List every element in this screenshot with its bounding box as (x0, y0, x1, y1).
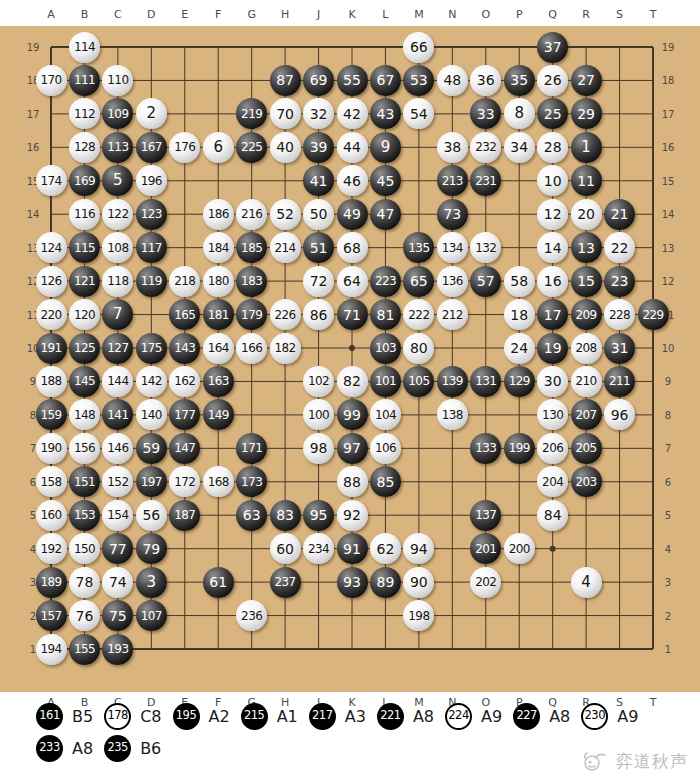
stone-R6: 203 (571, 466, 602, 497)
go-diagram-page: ABCDEFGHJKLMNOPQRST 19181716151413121110… (0, 0, 700, 783)
stone-B4: 150 (69, 533, 100, 564)
stone-R11: 209 (571, 299, 602, 330)
stone-Q9: 30 (537, 366, 568, 397)
stone-G5: 63 (236, 500, 267, 531)
stone-F6: 168 (203, 466, 234, 497)
col-label-top-H: H (281, 8, 289, 21)
stone-S8: 96 (604, 399, 635, 430)
stone-B5: 153 (69, 500, 100, 531)
stone-Q11: 17 (537, 299, 568, 330)
watermark: 弈道秋声 (581, 749, 688, 773)
stone-B17: 112 (69, 98, 100, 129)
col-label-top-F: F (215, 8, 221, 21)
stone-O5: 137 (470, 500, 501, 531)
stone-P7: 199 (504, 433, 535, 464)
stone-C11: 7 (102, 299, 133, 330)
stone-N8: 138 (437, 399, 468, 430)
stone-C7: 146 (102, 433, 133, 464)
stone-D13: 117 (136, 232, 167, 263)
stone-B2: 76 (69, 600, 100, 631)
stone-D14: 123 (136, 199, 167, 230)
stone-R3: 4 (571, 567, 602, 598)
stone-D4: 79 (136, 533, 167, 564)
stone-K13: 68 (337, 232, 368, 263)
stone-N9: 139 (437, 366, 468, 397)
col-label-top-T: T (650, 8, 657, 21)
stone-H4: 60 (270, 533, 301, 564)
caption-stone-224: 224 (445, 703, 472, 730)
stone-P18: 35 (504, 65, 535, 96)
stone-C13: 108 (102, 232, 133, 263)
stone-Q14: 12 (537, 199, 568, 230)
stone-C8: 141 (102, 399, 133, 430)
stone-D12: 119 (136, 266, 167, 297)
stone-M12: 65 (403, 266, 434, 297)
col-label-top-N: N (448, 8, 456, 21)
stone-M18: 53 (403, 65, 434, 96)
stone-L4: 62 (370, 533, 401, 564)
col-label-top-A: A (47, 8, 55, 21)
stone-J18: 69 (303, 65, 334, 96)
stone-E6: 172 (169, 466, 200, 497)
stone-L18: 67 (370, 65, 401, 96)
stone-O16: 232 (470, 132, 501, 163)
stone-G17: 219 (236, 98, 267, 129)
stone-K14: 49 (337, 199, 368, 230)
stone-H14: 52 (270, 199, 301, 230)
stone-A8: 159 (36, 399, 67, 430)
stone-B1: 155 (69, 634, 100, 665)
caption-move-235: 235B6 (104, 735, 161, 762)
caption-move-161: 161B5 (36, 703, 93, 730)
stone-B18: 111 (69, 65, 100, 96)
caption-move-217: 217A3 (309, 703, 366, 730)
stone-J15: 41 (303, 165, 334, 196)
stone-R13: 13 (571, 232, 602, 263)
stone-L16: 9 (370, 132, 401, 163)
caption-coord-161: B5 (72, 707, 93, 726)
caption-coord-233: A8 (72, 739, 93, 758)
stone-F12: 180 (203, 266, 234, 297)
stone-A5: 160 (36, 500, 67, 531)
stone-P4: 200 (504, 533, 535, 564)
caption-coord-227: A8 (549, 707, 570, 726)
stone-O9: 131 (470, 366, 501, 397)
col-label-top-C: C (114, 8, 122, 21)
stone-H3: 237 (270, 567, 301, 598)
stone-C5: 154 (102, 500, 133, 531)
stone-N11: 212 (437, 299, 468, 330)
stone-P16: 34 (504, 132, 535, 163)
stone-N12: 136 (437, 266, 468, 297)
stone-B16: 128 (69, 132, 100, 163)
stone-C12: 118 (102, 266, 133, 297)
col-label-top-D: D (147, 8, 155, 21)
stone-O3: 202 (470, 567, 501, 598)
stone-Q8: 130 (537, 399, 568, 430)
caption-move-227: 227A8 (513, 703, 570, 730)
stone-C9: 144 (102, 366, 133, 397)
stone-N14: 73 (437, 199, 468, 230)
caption-move-230: 230A9 (581, 703, 638, 730)
stone-L6: 85 (370, 466, 401, 497)
caption-stone-178: 178 (104, 703, 131, 730)
caption-coord-230: A9 (617, 707, 638, 726)
stone-D6: 197 (136, 466, 167, 497)
stone-G14: 216 (236, 199, 267, 230)
stone-C2: 75 (102, 600, 133, 631)
stone-E16: 176 (169, 132, 200, 163)
stone-D9: 142 (136, 366, 167, 397)
stone-N15: 213 (437, 165, 468, 196)
stone-Q7: 206 (537, 433, 568, 464)
stone-J5: 95 (303, 500, 334, 531)
stone-R10: 208 (571, 333, 602, 364)
stone-D2: 107 (136, 600, 167, 631)
stone-L12: 223 (370, 266, 401, 297)
stone-Q15: 10 (537, 165, 568, 196)
stone-O15: 231 (470, 165, 501, 196)
stone-M19: 66 (403, 32, 434, 63)
stone-S14: 21 (604, 199, 635, 230)
stone-F8: 149 (203, 399, 234, 430)
stone-O4: 201 (470, 533, 501, 564)
col-label-top-Q: Q (548, 8, 557, 21)
stone-R16: 1 (571, 132, 602, 163)
stone-L15: 45 (370, 165, 401, 196)
stone-J9: 102 (303, 366, 334, 397)
stone-M4: 94 (403, 533, 434, 564)
stone-A2: 157 (36, 600, 67, 631)
stone-D8: 140 (136, 399, 167, 430)
stone-B15: 169 (69, 165, 100, 196)
caption-stone-221: 221 (377, 703, 404, 730)
stone-S11: 228 (604, 299, 635, 330)
stone-T11: 229 (638, 299, 669, 330)
stone-R8: 207 (571, 399, 602, 430)
stone-F13: 184 (203, 232, 234, 263)
stone-L9: 101 (370, 366, 401, 397)
stone-O12: 57 (470, 266, 501, 297)
stone-D7: 59 (136, 433, 167, 464)
col-label-top-G: G (247, 8, 256, 21)
watermark-text: 弈道秋声 (616, 750, 688, 773)
stone-B6: 151 (69, 466, 100, 497)
stone-N13: 134 (437, 232, 468, 263)
stone-B11: 120 (69, 299, 100, 330)
stone-A7: 190 (36, 433, 67, 464)
stone-G6: 173 (236, 466, 267, 497)
stone-B9: 145 (69, 366, 100, 397)
stone-C16: 113 (102, 132, 133, 163)
caption-move-224: 224A9 (445, 703, 502, 730)
caption-stone-233: 233 (36, 735, 63, 762)
stone-E5: 187 (169, 500, 200, 531)
stone-E11: 165 (169, 299, 200, 330)
stone-H10: 182 (270, 333, 301, 364)
stone-K6: 88 (337, 466, 368, 497)
stone-S10: 31 (604, 333, 635, 364)
stone-J17: 32 (303, 98, 334, 129)
col-label-top-B: B (81, 8, 89, 21)
stone-R14: 20 (571, 199, 602, 230)
watermark-logo-icon (581, 749, 611, 773)
stone-O7: 133 (470, 433, 501, 464)
stone-H18: 87 (270, 65, 301, 96)
stone-J11: 86 (303, 299, 334, 330)
col-label-top-R: R (582, 8, 590, 21)
stone-M3: 90 (403, 567, 434, 598)
stone-A3: 189 (36, 567, 67, 598)
stone-H16: 40 (270, 132, 301, 163)
stone-C10: 127 (102, 333, 133, 364)
stone-B19: 114 (69, 32, 100, 63)
caption-stone-227: 227 (513, 703, 540, 730)
stone-E12: 218 (169, 266, 200, 297)
stone-A11: 220 (36, 299, 67, 330)
stone-P12: 58 (504, 266, 535, 297)
caption-move-178: 178C8 (104, 703, 161, 730)
stone-D3: 3 (136, 567, 167, 598)
caption-stone-195: 195 (173, 703, 200, 730)
stone-S12: 23 (604, 266, 635, 297)
stone-K16: 44 (337, 132, 368, 163)
caption-move-195: 195A2 (173, 703, 230, 730)
stone-C6: 152 (102, 466, 133, 497)
stone-K5: 92 (337, 500, 368, 531)
col-label-top-O: O (481, 8, 490, 21)
stone-S9: 211 (604, 366, 635, 397)
stone-C17: 109 (102, 98, 133, 129)
stone-L11: 81 (370, 299, 401, 330)
caption-coord-221: A8 (413, 707, 434, 726)
stone-G7: 171 (236, 433, 267, 464)
stone-J4: 234 (303, 533, 334, 564)
stone-R7: 205 (571, 433, 602, 464)
caption-stone-161: 161 (36, 703, 63, 730)
stone-K4: 91 (337, 533, 368, 564)
stone-E7: 147 (169, 433, 200, 464)
col-label-top-P: P (516, 8, 523, 21)
stone-Q12: 16 (537, 266, 568, 297)
stone-F11: 181 (203, 299, 234, 330)
stone-J7: 98 (303, 433, 334, 464)
stone-R15: 11 (571, 165, 602, 196)
stone-G2: 236 (236, 600, 267, 631)
stone-P10: 24 (504, 333, 535, 364)
stone-J16: 39 (303, 132, 334, 163)
stone-R9: 210 (571, 366, 602, 397)
stone-L8: 104 (370, 399, 401, 430)
stone-B3: 78 (69, 567, 100, 598)
caption-coord-217: A3 (345, 707, 366, 726)
stone-B13: 115 (69, 232, 100, 263)
stone-A12: 126 (36, 266, 67, 297)
stone-H17: 70 (270, 98, 301, 129)
stone-Q17: 25 (537, 98, 568, 129)
caption-coord-195: A2 (209, 707, 230, 726)
stone-M11: 222 (403, 299, 434, 330)
caption-move-233: 233A8 (36, 735, 93, 762)
col-label-bottom-T: T (650, 696, 657, 709)
stone-Q18: 26 (537, 65, 568, 96)
stone-O17: 33 (470, 98, 501, 129)
go-board: 19181716151413121110987654321 1918171615… (0, 26, 700, 692)
stone-E10: 143 (169, 333, 200, 364)
stone-E8: 177 (169, 399, 200, 430)
stone-O13: 132 (470, 232, 501, 263)
stone-M10: 80 (403, 333, 434, 364)
stone-N18: 48 (437, 65, 468, 96)
stone-K12: 64 (337, 266, 368, 297)
caption-stone-235: 235 (104, 735, 131, 762)
stone-J8: 100 (303, 399, 334, 430)
stone-L7: 106 (370, 433, 401, 464)
stone-D16: 167 (136, 132, 167, 163)
stone-H5: 83 (270, 500, 301, 531)
stone-A1: 194 (36, 634, 67, 665)
stone-C3: 74 (102, 567, 133, 598)
stone-Q16: 28 (537, 132, 568, 163)
stone-Q5: 84 (537, 500, 568, 531)
caption-stone-230: 230 (581, 703, 608, 730)
caption-row-2: 233A8235B6 (36, 733, 649, 763)
stone-D5: 56 (136, 500, 167, 531)
stone-F16: 6 (203, 132, 234, 163)
stone-F3: 61 (203, 567, 234, 598)
caption-coord-178: C8 (140, 707, 161, 726)
col-label-top-E: E (181, 8, 188, 21)
stone-J12: 72 (303, 266, 334, 297)
stone-M17: 54 (403, 98, 434, 129)
caption-coord-235: B6 (140, 739, 161, 758)
stone-K15: 46 (337, 165, 368, 196)
stone-M9: 105 (403, 366, 434, 397)
stone-S13: 22 (604, 232, 635, 263)
stone-A6: 158 (36, 466, 67, 497)
stone-Q13: 14 (537, 232, 568, 263)
stone-C4: 77 (102, 533, 133, 564)
col-label-top-K: K (348, 8, 355, 21)
stone-D15: 196 (136, 165, 167, 196)
col-label-top-J: J (317, 8, 320, 21)
stone-A10: 191 (36, 333, 67, 364)
stone-K9: 82 (337, 366, 368, 397)
stone-C14: 122 (102, 199, 133, 230)
moves-not-shown-caption: 161B5178C8195A2215A1217A3221A8224A9227A8… (36, 701, 649, 765)
stone-C15: 5 (102, 165, 133, 196)
stone-G12: 183 (236, 266, 267, 297)
stone-P11: 18 (504, 299, 535, 330)
caption-stone-217: 217 (309, 703, 336, 730)
stone-M13: 135 (403, 232, 434, 263)
caption-coord-224: A9 (481, 707, 502, 726)
stone-B10: 125 (69, 333, 100, 364)
col-label-top-S: S (616, 8, 623, 21)
stone-J13: 51 (303, 232, 334, 263)
stone-L3: 89 (370, 567, 401, 598)
stone-G16: 225 (236, 132, 267, 163)
stone-K8: 99 (337, 399, 368, 430)
stone-F14: 186 (203, 199, 234, 230)
stone-R18: 27 (571, 65, 602, 96)
stone-B14: 116 (69, 199, 100, 230)
stone-F10: 164 (203, 333, 234, 364)
stone-O18: 36 (470, 65, 501, 96)
stone-K7: 97 (337, 433, 368, 464)
stone-P17: 8 (504, 98, 535, 129)
stone-C18: 110 (102, 65, 133, 96)
stone-K17: 42 (337, 98, 368, 129)
caption-move-215: 215A1 (241, 703, 298, 730)
col-label-top-M: M (414, 8, 424, 21)
caption-row-1: 161B5178C8195A2215A1217A3221A8224A9227A8… (36, 701, 649, 731)
column-labels-top: ABCDEFGHJKLMNOPQRST (0, 8, 700, 24)
stone-L10: 103 (370, 333, 401, 364)
stone-B7: 156 (69, 433, 100, 464)
stone-M2: 198 (403, 600, 434, 631)
stones-layer: 1146637170111110876955675348363526271121… (0, 26, 700, 692)
caption-stone-215: 215 (241, 703, 268, 730)
stone-N16: 38 (437, 132, 468, 163)
stone-E9: 162 (169, 366, 200, 397)
stone-L14: 47 (370, 199, 401, 230)
stone-J14: 50 (303, 199, 334, 230)
stone-D17: 2 (136, 98, 167, 129)
stone-B8: 148 (69, 399, 100, 430)
stone-L17: 43 (370, 98, 401, 129)
stone-H13: 214 (270, 232, 301, 263)
stone-H11: 226 (270, 299, 301, 330)
caption-move-221: 221A8 (377, 703, 434, 730)
stone-A4: 192 (36, 533, 67, 564)
stone-A18: 170 (36, 65, 67, 96)
stone-Q19: 37 (537, 32, 568, 63)
stone-K18: 55 (337, 65, 368, 96)
stone-G13: 185 (236, 232, 267, 263)
stone-F9: 163 (203, 366, 234, 397)
stone-Q10: 19 (537, 333, 568, 364)
stone-K11: 71 (337, 299, 368, 330)
col-label-top-L: L (382, 8, 388, 21)
stone-R17: 29 (571, 98, 602, 129)
stone-K3: 93 (337, 567, 368, 598)
stone-G10: 166 (236, 333, 267, 364)
stone-R12: 15 (571, 266, 602, 297)
stone-A9: 188 (36, 366, 67, 397)
stone-B12: 121 (69, 266, 100, 297)
stone-P9: 129 (504, 366, 535, 397)
stone-A15: 174 (36, 165, 67, 196)
stone-A13: 124 (36, 232, 67, 263)
caption-coord-215: A1 (277, 707, 298, 726)
stone-G11: 179 (236, 299, 267, 330)
stone-D10: 175 (136, 333, 167, 364)
stone-Q6: 204 (537, 466, 568, 497)
stone-C1: 193 (102, 634, 133, 665)
